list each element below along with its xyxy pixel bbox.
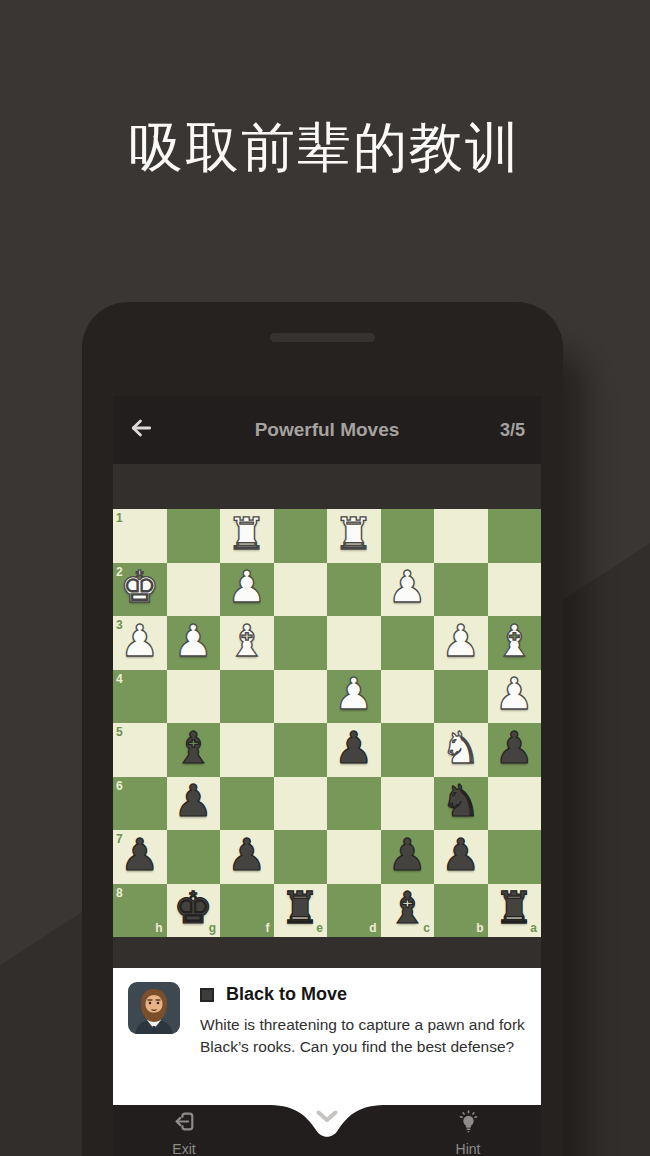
chess-board: 1♜♜2♚♟♟3♟♟♝♟♝4♟♟5♝♟♞♟6♟♞7♟♟♟♟8hg♚fe♜dc♝b… [113, 509, 541, 937]
square-c7[interactable]: ♟ [381, 830, 435, 884]
square-h3[interactable]: 3♟ [113, 616, 167, 670]
square-h4[interactable]: 4 [113, 670, 167, 724]
square-g4[interactable] [167, 670, 221, 724]
square-g3[interactable]: ♟ [167, 616, 221, 670]
hint-button[interactable]: Hint [428, 1109, 508, 1156]
back-button[interactable] [123, 412, 159, 448]
exit-button[interactable]: Exit [144, 1109, 224, 1156]
piece-white-king: ♚ [120, 565, 159, 609]
square-c4[interactable] [381, 670, 435, 724]
page-title: 吸取前辈的教训 [0, 112, 650, 185]
piece-black-pawn: ♟ [227, 833, 266, 877]
piece-black-pawn: ♟ [334, 726, 373, 770]
piece-white-pawn: ♟ [388, 565, 427, 609]
piece-black-king: ♚ [174, 886, 213, 930]
rank-label: 4 [116, 673, 123, 685]
square-c5[interactable] [381, 723, 435, 777]
square-c2[interactable]: ♟ [381, 563, 435, 617]
rank-label: 5 [116, 726, 123, 738]
square-b2[interactable] [434, 563, 488, 617]
phone-speaker [270, 333, 375, 342]
square-e1[interactable] [274, 509, 328, 563]
square-g7[interactable] [167, 830, 221, 884]
square-e6[interactable] [274, 777, 328, 831]
square-g1[interactable] [167, 509, 221, 563]
puzzle-description: White is threatening to capture a pawn a… [200, 1014, 532, 1058]
square-c6[interactable] [381, 777, 435, 831]
arrow-left-icon [128, 415, 154, 445]
square-e4[interactable] [274, 670, 328, 724]
square-a1[interactable] [488, 509, 542, 563]
square-d8[interactable]: d [327, 884, 381, 938]
piece-white-pawn: ♟ [174, 619, 213, 663]
square-a4[interactable]: ♟ [488, 670, 542, 724]
piece-white-pawn: ♟ [441, 619, 480, 663]
square-g2[interactable] [167, 563, 221, 617]
square-b8[interactable]: b [434, 884, 488, 938]
square-h6[interactable]: 6 [113, 777, 167, 831]
square-g6[interactable]: ♟ [167, 777, 221, 831]
square-c8[interactable]: c♝ [381, 884, 435, 938]
app-header: Powerful Moves 3/5 [113, 396, 541, 464]
square-d7[interactable] [327, 830, 381, 884]
square-f7[interactable]: ♟ [220, 830, 274, 884]
square-b4[interactable] [434, 670, 488, 724]
square-h1[interactable]: 1 [113, 509, 167, 563]
square-h8[interactable]: 8h [113, 884, 167, 938]
square-f3[interactable]: ♝ [220, 616, 274, 670]
piece-black-knight: ♞ [441, 779, 480, 823]
piece-black-rook: ♜ [281, 886, 320, 930]
square-a7[interactable] [488, 830, 542, 884]
coach-panel: Black to Move White is threatening to ca… [113, 968, 541, 1105]
piece-white-pawn: ♟ [227, 565, 266, 609]
rank-label: 8 [116, 887, 123, 899]
piece-white-rook: ♜ [334, 512, 373, 556]
collapse-panel-button[interactable] [316, 1110, 338, 1124]
progress-counter: 3/5 [500, 396, 525, 464]
piece-black-pawn: ♟ [388, 833, 427, 877]
exit-icon [172, 1109, 197, 1138]
square-a8[interactable]: a♜ [488, 884, 542, 938]
piece-white-rook: ♜ [227, 512, 266, 556]
piece-white-bishop: ♝ [495, 619, 534, 663]
piece-white-pawn: ♟ [120, 619, 159, 663]
square-a5[interactable]: ♟ [488, 723, 542, 777]
square-c3[interactable] [381, 616, 435, 670]
square-a3[interactable]: ♝ [488, 616, 542, 670]
square-f6[interactable] [220, 777, 274, 831]
square-e5[interactable] [274, 723, 328, 777]
square-d4[interactable]: ♟ [327, 670, 381, 724]
square-e3[interactable] [274, 616, 328, 670]
square-b3[interactable]: ♟ [434, 616, 488, 670]
rank-label: 6 [116, 780, 123, 792]
square-c1[interactable] [381, 509, 435, 563]
rank-label: 1 [116, 512, 123, 524]
square-e2[interactable] [274, 563, 328, 617]
exit-label: Exit [172, 1141, 195, 1156]
piece-black-bishop: ♝ [388, 886, 427, 930]
square-a6[interactable] [488, 777, 542, 831]
piece-black-bishop: ♝ [174, 726, 213, 770]
piece-white-bishop: ♝ [227, 619, 266, 663]
piece-black-rook: ♜ [495, 886, 534, 930]
square-e8[interactable]: e♜ [274, 884, 328, 938]
square-h2[interactable]: 2♚ [113, 563, 167, 617]
piece-white-pawn: ♟ [334, 672, 373, 716]
square-f5[interactable] [220, 723, 274, 777]
square-g5[interactable]: ♝ [167, 723, 221, 777]
file-label: b [476, 922, 483, 934]
square-f1[interactable]: ♜ [220, 509, 274, 563]
phone-mockup: Powerful Moves 3/5 1♜♜2♚♟♟3♟♟♝♟♝4♟♟5♝♟♞♟… [82, 302, 563, 1156]
lesson-title: Powerful Moves [113, 419, 541, 441]
chevron-down-icon [316, 1110, 338, 1124]
piece-white-knight: ♞ [441, 726, 480, 770]
black-square-icon [200, 988, 214, 1002]
piece-white-pawn: ♟ [495, 672, 534, 716]
app-screen: Powerful Moves 3/5 1♜♜2♚♟♟3♟♟♝♟♝4♟♟5♝♟♞♟… [113, 396, 541, 1156]
hint-label: Hint [456, 1141, 481, 1156]
file-label: d [369, 922, 376, 934]
square-b7[interactable]: ♟ [434, 830, 488, 884]
square-d1[interactable]: ♜ [327, 509, 381, 563]
square-g8[interactable]: g♚ [167, 884, 221, 938]
square-f8[interactable]: f [220, 884, 274, 938]
square-h5[interactable]: 5 [113, 723, 167, 777]
square-e7[interactable] [274, 830, 328, 884]
coach-avatar [128, 982, 180, 1034]
square-d3[interactable] [327, 616, 381, 670]
piece-black-pawn: ♟ [120, 833, 159, 877]
lightbulb-icon [456, 1109, 481, 1138]
square-b1[interactable] [434, 509, 488, 563]
square-h7[interactable]: 7♟ [113, 830, 167, 884]
square-b5[interactable]: ♞ [434, 723, 488, 777]
piece-black-pawn: ♟ [441, 833, 480, 877]
piece-black-pawn: ♟ [495, 726, 534, 770]
file-label: f [266, 922, 270, 934]
piece-black-pawn: ♟ [174, 779, 213, 823]
square-d2[interactable] [327, 563, 381, 617]
square-d6[interactable] [327, 777, 381, 831]
square-f4[interactable] [220, 670, 274, 724]
square-a2[interactable] [488, 563, 542, 617]
square-b6[interactable]: ♞ [434, 777, 488, 831]
square-d5[interactable]: ♟ [327, 723, 381, 777]
move-indicator-title: Black to Move [226, 984, 347, 1005]
file-label: h [155, 922, 162, 934]
square-f2[interactable]: ♟ [220, 563, 274, 617]
